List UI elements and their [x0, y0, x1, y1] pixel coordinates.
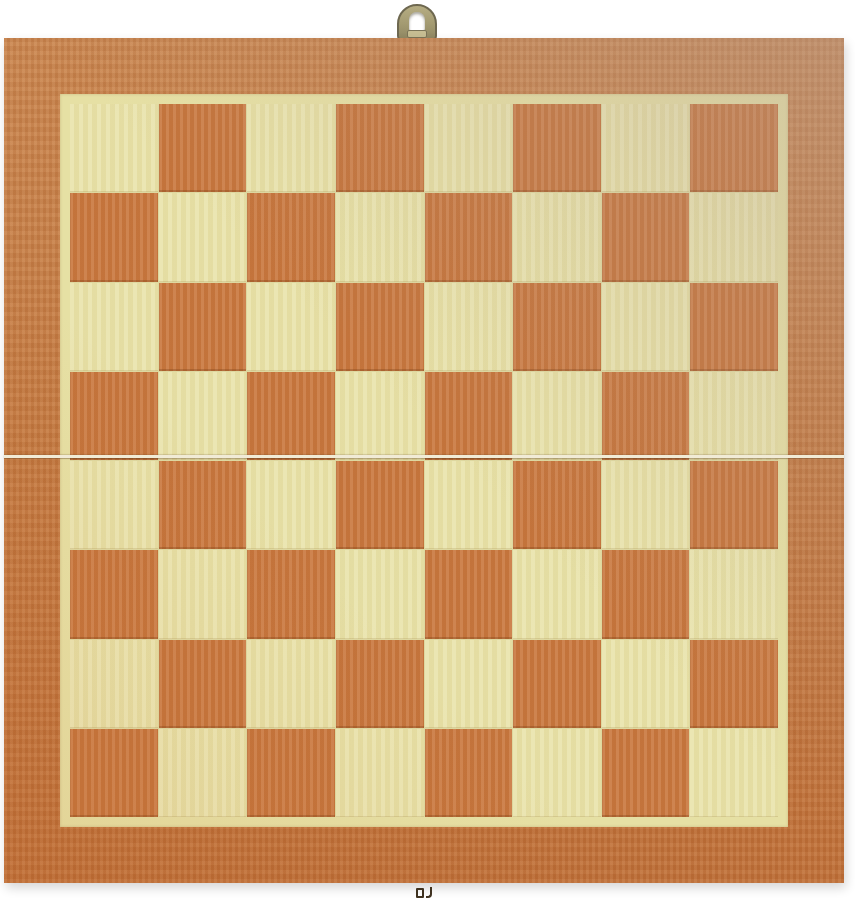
chess-board [4, 38, 844, 883]
square-f2[interactable] [513, 640, 601, 728]
square-b2[interactable] [159, 640, 247, 728]
square-a8[interactable] [70, 104, 158, 192]
square-g7[interactable] [602, 193, 690, 281]
square-g1[interactable] [602, 729, 690, 817]
square-g3[interactable] [602, 550, 690, 638]
square-e1[interactable] [425, 729, 513, 817]
square-d3[interactable] [336, 550, 424, 638]
square-b1[interactable] [159, 729, 247, 817]
square-f6[interactable] [513, 283, 601, 371]
square-c2[interactable] [247, 640, 335, 728]
square-g2[interactable] [602, 640, 690, 728]
square-g8[interactable] [602, 104, 690, 192]
square-c1[interactable] [247, 729, 335, 817]
clasp-icon [416, 886, 442, 899]
square-b6[interactable] [159, 283, 247, 371]
square-b4[interactable] [159, 461, 247, 549]
square-f5[interactable] [513, 372, 601, 460]
square-d1[interactable] [336, 729, 424, 817]
square-d5[interactable] [336, 372, 424, 460]
square-b8[interactable] [159, 104, 247, 192]
square-c4[interactable] [247, 461, 335, 549]
square-h2[interactable] [690, 640, 778, 728]
square-f4[interactable] [513, 461, 601, 549]
square-e2[interactable] [425, 640, 513, 728]
square-b5[interactable] [159, 372, 247, 460]
square-g6[interactable] [602, 283, 690, 371]
square-g5[interactable] [602, 372, 690, 460]
square-e7[interactable] [425, 193, 513, 281]
square-h3[interactable] [690, 550, 778, 638]
square-c7[interactable] [247, 193, 335, 281]
square-f7[interactable] [513, 193, 601, 281]
square-h8[interactable] [690, 104, 778, 192]
square-c8[interactable] [247, 104, 335, 192]
square-a5[interactable] [70, 372, 158, 460]
square-a2[interactable] [70, 640, 158, 728]
square-a3[interactable] [70, 550, 158, 638]
square-h4[interactable] [690, 461, 778, 549]
square-d4[interactable] [336, 461, 424, 549]
square-f3[interactable] [513, 550, 601, 638]
square-h1[interactable] [690, 729, 778, 817]
square-c5[interactable] [247, 372, 335, 460]
square-h7[interactable] [690, 193, 778, 281]
square-c6[interactable] [247, 283, 335, 371]
square-f8[interactable] [513, 104, 601, 192]
square-a1[interactable] [70, 729, 158, 817]
square-d8[interactable] [336, 104, 424, 192]
square-d2[interactable] [336, 640, 424, 728]
square-c3[interactable] [247, 550, 335, 638]
square-a4[interactable] [70, 461, 158, 549]
square-d6[interactable] [336, 283, 424, 371]
hanging-ring-base [407, 30, 427, 38]
square-a7[interactable] [70, 193, 158, 281]
hanging-ring-icon [397, 4, 437, 41]
square-f1[interactable] [513, 729, 601, 817]
hanging-ring-hole [409, 12, 425, 32]
square-e6[interactable] [425, 283, 513, 371]
square-e4[interactable] [425, 461, 513, 549]
square-h6[interactable] [690, 283, 778, 371]
square-e8[interactable] [425, 104, 513, 192]
square-e5[interactable] [425, 372, 513, 460]
square-b3[interactable] [159, 550, 247, 638]
square-a6[interactable] [70, 283, 158, 371]
clasp-hook [426, 887, 432, 898]
square-d7[interactable] [336, 193, 424, 281]
square-b7[interactable] [159, 193, 247, 281]
square-e3[interactable] [425, 550, 513, 638]
board-grid [70, 104, 778, 817]
clasp-loop [416, 888, 424, 898]
square-g4[interactable] [602, 461, 690, 549]
square-h5[interactable] [690, 372, 778, 460]
